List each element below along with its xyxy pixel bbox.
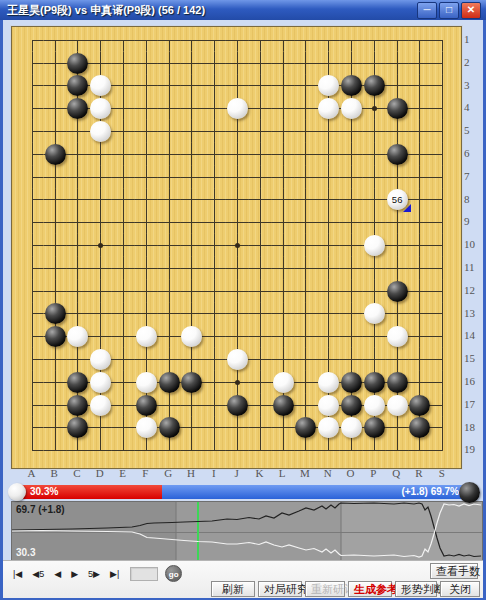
board-cell-C9[interactable] [67,211,90,234]
board-cell-P16[interactable] [363,371,386,394]
board-cell-F19[interactable] [135,439,158,462]
board-cell-D10[interactable] [89,234,112,257]
board-cell-F10[interactable] [135,234,158,257]
board-cell-C19[interactable] [67,439,90,462]
board-cell-H12[interactable] [181,280,204,303]
board-cell-K17[interactable] [249,394,272,417]
board-cell-G6[interactable] [158,143,181,166]
board-cell-I2[interactable] [203,52,226,75]
board-cell-B11[interactable] [44,257,67,280]
board-cell-K14[interactable] [249,325,272,348]
refresh-button[interactable]: 刷新 [211,581,255,597]
board-cell-D1[interactable] [89,29,112,52]
board-cell-A6[interactable] [21,143,44,166]
board-cell-D7[interactable] [89,166,112,189]
board-cell-H9[interactable] [181,211,204,234]
board-cell-G19[interactable] [158,439,181,462]
board-cell-S17[interactable] [431,394,454,417]
board-cell-M5[interactable] [295,120,318,143]
board-cell-J11[interactable] [226,257,249,280]
board-cell-H3[interactable] [181,75,204,98]
game-study-button[interactable]: 对局研究 [258,581,302,597]
board-cell-E7[interactable] [112,166,135,189]
board-cell-E12[interactable] [112,280,135,303]
board-cell-B14[interactable] [44,325,67,348]
board-cell-P10[interactable] [363,234,386,257]
board-cell-N15[interactable] [317,348,340,371]
board-cell-O5[interactable] [340,120,363,143]
board-cell-J13[interactable] [226,303,249,326]
board-cell-M17[interactable] [295,394,318,417]
board-cell-L8[interactable] [272,189,295,212]
title-bar[interactable]: 王星昊(P9段) vs 申真谞(P9段) (56 / 142) ─□✕ [0,0,486,20]
board-cell-H1[interactable] [181,29,204,52]
board-cell-Q18[interactable] [386,417,409,440]
board-cell-S6[interactable] [431,143,454,166]
board-cell-K3[interactable] [249,75,272,98]
go-button[interactable]: go [165,565,182,582]
board-cell-Q14[interactable] [386,325,409,348]
board-cell-I15[interactable] [203,348,226,371]
board-cell-S13[interactable] [431,303,454,326]
board-cell-G10[interactable] [158,234,181,257]
board-cell-J12[interactable] [226,280,249,303]
board-cell-M8[interactable] [295,189,318,212]
board-cell-O13[interactable] [340,303,363,326]
board-cell-J16[interactable] [226,371,249,394]
board-cell-B12[interactable] [44,280,67,303]
board-cell-O18[interactable] [340,417,363,440]
board-cell-B16[interactable] [44,371,67,394]
board-cell-S5[interactable] [431,120,454,143]
close-button[interactable]: ✕ [461,2,481,19]
board-cell-O9[interactable] [340,211,363,234]
board-cell-J9[interactable] [226,211,249,234]
board-cell-G16[interactable] [158,371,181,394]
board-cell-R12[interactable] [409,280,432,303]
board-cell-I10[interactable] [203,234,226,257]
board-cell-E13[interactable] [112,303,135,326]
board-cell-H6[interactable] [181,143,204,166]
board-cell-F11[interactable] [135,257,158,280]
board-cell-E4[interactable] [112,97,135,120]
board-cell-A5[interactable] [21,120,44,143]
board-cell-C3[interactable] [67,75,90,98]
board-cell-C13[interactable] [67,303,90,326]
board-cell-M7[interactable] [295,166,318,189]
board-cell-O10[interactable] [340,234,363,257]
board-cell-L19[interactable] [272,439,295,462]
board-cell-A19[interactable] [21,439,44,462]
board-cell-E8[interactable] [112,189,135,212]
board-cell-B13[interactable] [44,303,67,326]
board-cell-P7[interactable] [363,166,386,189]
board-cell-S8[interactable] [431,189,454,212]
board-cell-B8[interactable] [44,189,67,212]
board-cell-M1[interactable] [295,29,318,52]
board-cell-P13[interactable] [363,303,386,326]
board-cell-K18[interactable] [249,417,272,440]
board-cell-O14[interactable] [340,325,363,348]
board-cell-P14[interactable] [363,325,386,348]
board-cell-P4[interactable] [363,97,386,120]
board-cell-K9[interactable] [249,211,272,234]
board-cell-B9[interactable] [44,211,67,234]
board-cell-J17[interactable] [226,394,249,417]
board-cell-E9[interactable] [112,211,135,234]
board-cell-I3[interactable] [203,75,226,98]
board-cell-C12[interactable] [67,280,90,303]
board-cell-C6[interactable] [67,143,90,166]
board-cell-C4[interactable] [67,97,90,120]
board-cell-L17[interactable] [272,394,295,417]
board-cell-K6[interactable] [249,143,272,166]
board-cell-K11[interactable] [249,257,272,280]
board-cell-B5[interactable] [44,120,67,143]
board-cell-M10[interactable] [295,234,318,257]
board-cell-I13[interactable] [203,303,226,326]
board-cell-L3[interactable] [272,75,295,98]
board-cell-F9[interactable] [135,211,158,234]
board-cell-C8[interactable] [67,189,90,212]
board-cell-J6[interactable] [226,143,249,166]
board-cell-H4[interactable] [181,97,204,120]
board-cell-H13[interactable] [181,303,204,326]
board-cell-R8[interactable] [409,189,432,212]
board-cell-A15[interactable] [21,348,44,371]
board-cell-E15[interactable] [112,348,135,371]
board-cell-K4[interactable] [249,97,272,120]
board-cell-G7[interactable] [158,166,181,189]
board-cell-S2[interactable] [431,52,454,75]
board-cell-J1[interactable] [226,29,249,52]
board-cell-A14[interactable] [21,325,44,348]
board-cell-C7[interactable] [67,166,90,189]
board-cell-R10[interactable] [409,234,432,257]
board-cell-K2[interactable] [249,52,272,75]
board-cell-R4[interactable] [409,97,432,120]
board-cell-F3[interactable] [135,75,158,98]
minimize-button[interactable]: ─ [417,2,437,19]
board-cell-N1[interactable] [317,29,340,52]
board-cell-K8[interactable] [249,189,272,212]
board-cell-D11[interactable] [89,257,112,280]
board-cell-Q13[interactable] [386,303,409,326]
nav-button[interactable]: |◀ [11,567,24,581]
board-cell-Q2[interactable] [386,52,409,75]
board-cell-L4[interactable] [272,97,295,120]
board-cell-P15[interactable] [363,348,386,371]
board-cell-G15[interactable] [158,348,181,371]
board-cell-I1[interactable] [203,29,226,52]
board-cell-P3[interactable] [363,75,386,98]
board-cell-H10[interactable] [181,234,204,257]
board-cell-O16[interactable] [340,371,363,394]
board-cell-I9[interactable] [203,211,226,234]
board-cell-J2[interactable] [226,52,249,75]
board-cell-R18[interactable] [409,417,432,440]
board-cell-E2[interactable] [112,52,135,75]
board-cell-J15[interactable] [226,348,249,371]
board-cell-G12[interactable] [158,280,181,303]
board-cell-I11[interactable] [203,257,226,280]
board-cell-D9[interactable] [89,211,112,234]
board-cell-I17[interactable] [203,394,226,417]
board-cell-R5[interactable] [409,120,432,143]
board-cell-O6[interactable] [340,143,363,166]
board-cell-D15[interactable] [89,348,112,371]
board-cell-A7[interactable] [21,166,44,189]
board-cell-L16[interactable] [272,371,295,394]
board-cell-D16[interactable] [89,371,112,394]
board-cell-H7[interactable] [181,166,204,189]
board-cell-H17[interactable] [181,394,204,417]
board-cell-D8[interactable] [89,189,112,212]
board-cell-S18[interactable] [431,417,454,440]
board-cell-P2[interactable] [363,52,386,75]
board-cell-H18[interactable] [181,417,204,440]
board-cell-E16[interactable] [112,371,135,394]
board-cell-B18[interactable] [44,417,67,440]
board-cell-F4[interactable] [135,97,158,120]
board-cell-I12[interactable] [203,280,226,303]
board-cell-S1[interactable] [431,29,454,52]
board-cell-N13[interactable] [317,303,340,326]
board-cell-H16[interactable] [181,371,204,394]
board-cell-A9[interactable] [21,211,44,234]
board-cell-N5[interactable] [317,120,340,143]
board-cell-G13[interactable] [158,303,181,326]
board-cell-L6[interactable] [272,143,295,166]
board-cell-N18[interactable] [317,417,340,440]
board-cell-L1[interactable] [272,29,295,52]
board-cell-O8[interactable] [340,189,363,212]
board-cell-L14[interactable] [272,325,295,348]
board-cell-N3[interactable] [317,75,340,98]
board-cell-K1[interactable] [249,29,272,52]
situation-judge-button[interactable]: 形势判断 [395,581,437,597]
board-cell-G1[interactable] [158,29,181,52]
board-cell-S4[interactable] [431,97,454,120]
board-cell-F13[interactable] [135,303,158,326]
board-cell-J18[interactable] [226,417,249,440]
board-cell-A17[interactable] [21,394,44,417]
board-cell-J4[interactable] [226,97,249,120]
nav-button[interactable]: 5▶ [86,567,102,581]
board-cell-B3[interactable] [44,75,67,98]
board-cell-G14[interactable] [158,325,181,348]
board-cell-J10[interactable] [226,234,249,257]
board-cell-P19[interactable] [363,439,386,462]
board-cell-R9[interactable] [409,211,432,234]
board-cell-K16[interactable] [249,371,272,394]
board-cell-O4[interactable] [340,97,363,120]
board-cell-O11[interactable] [340,257,363,280]
nav-button[interactable]: ▶ [69,567,80,581]
board-cell-C14[interactable] [67,325,90,348]
board-cell-L5[interactable] [272,120,295,143]
board-cell-L11[interactable] [272,257,295,280]
board-cell-E17[interactable] [112,394,135,417]
board-cell-F14[interactable] [135,325,158,348]
board-cell-F12[interactable] [135,280,158,303]
maximize-button[interactable]: □ [439,2,459,19]
board-cell-C5[interactable] [67,120,90,143]
board-cell-F8[interactable] [135,189,158,212]
board-cell-R11[interactable] [409,257,432,280]
board-cell-P9[interactable] [363,211,386,234]
board-cell-M3[interactable] [295,75,318,98]
board-cell-I7[interactable] [203,166,226,189]
board-cell-B17[interactable] [44,394,67,417]
board-cell-B15[interactable] [44,348,67,371]
board-cell-D5[interactable] [89,120,112,143]
board-cell-R7[interactable] [409,166,432,189]
board-cell-G17[interactable] [158,394,181,417]
board-cell-K13[interactable] [249,303,272,326]
board-cell-Q7[interactable] [386,166,409,189]
board-cell-C1[interactable] [67,29,90,52]
board-cell-R14[interactable] [409,325,432,348]
board-cell-N14[interactable] [317,325,340,348]
board-cell-A12[interactable] [21,280,44,303]
board-cell-P5[interactable] [363,120,386,143]
board-cell-F15[interactable] [135,348,158,371]
board-cell-A13[interactable] [21,303,44,326]
board-cell-Q10[interactable] [386,234,409,257]
board-cell-I8[interactable] [203,189,226,212]
board-cell-J19[interactable] [226,439,249,462]
board-cell-N7[interactable] [317,166,340,189]
board-cell-R15[interactable] [409,348,432,371]
board-cell-L18[interactable] [272,417,295,440]
board-cell-D3[interactable] [89,75,112,98]
board-cell-Q15[interactable] [386,348,409,371]
board-cell-D14[interactable] [89,325,112,348]
board-cell-A11[interactable] [21,257,44,280]
board-cell-N19[interactable] [317,439,340,462]
board-cell-I16[interactable] [203,371,226,394]
board-cell-N17[interactable] [317,394,340,417]
board-cell-J7[interactable] [226,166,249,189]
board-cell-Q19[interactable] [386,439,409,462]
board-cell-J8[interactable] [226,189,249,212]
board-cell-M13[interactable] [295,303,318,326]
board-cell-F1[interactable] [135,29,158,52]
board-cell-C17[interactable] [67,394,90,417]
board-cell-Q16[interactable] [386,371,409,394]
board-cell-Q9[interactable] [386,211,409,234]
board-cell-E18[interactable] [112,417,135,440]
view-moves-button[interactable]: 查看手数 [430,563,478,579]
board-cell-D18[interactable] [89,417,112,440]
board-cell-N6[interactable] [317,143,340,166]
board-cell-F5[interactable] [135,120,158,143]
board-cell-S12[interactable] [431,280,454,303]
board-cell-C16[interactable] [67,371,90,394]
move-number-input[interactable] [130,567,158,581]
close-button[interactable]: 关闭 [440,581,480,597]
board-cell-I4[interactable] [203,97,226,120]
board-cell-F16[interactable] [135,371,158,394]
board-cell-P17[interactable] [363,394,386,417]
board-cell-Q12[interactable] [386,280,409,303]
generate-reference-button[interactable]: 生成参考图 [348,581,392,597]
board-cell-H19[interactable] [181,439,204,462]
board-cell-A16[interactable] [21,371,44,394]
board-cell-F7[interactable] [135,166,158,189]
board-cell-M14[interactable] [295,325,318,348]
board-cell-O7[interactable] [340,166,363,189]
board-cell-L7[interactable] [272,166,295,189]
board-cell-C18[interactable] [67,417,90,440]
board-cell-M12[interactable] [295,280,318,303]
board-cell-D17[interactable] [89,394,112,417]
board-cell-F17[interactable] [135,394,158,417]
board-cell-M9[interactable] [295,211,318,234]
board-cell-N4[interactable] [317,97,340,120]
board-cell-G4[interactable] [158,97,181,120]
board-cell-B2[interactable] [44,52,67,75]
board-cell-H15[interactable] [181,348,204,371]
board-cell-N11[interactable] [317,257,340,280]
board-cell-A1[interactable] [21,29,44,52]
board-cell-N2[interactable] [317,52,340,75]
board-cell-R3[interactable] [409,75,432,98]
board-cell-K15[interactable] [249,348,272,371]
board-cell-N10[interactable] [317,234,340,257]
board-cell-K5[interactable] [249,120,272,143]
board-cell-M6[interactable] [295,143,318,166]
board-cell-Q8[interactable]: 56 [386,189,409,212]
board-cell-A2[interactable] [21,52,44,75]
board-cell-B19[interactable] [44,439,67,462]
board-cell-O17[interactable] [340,394,363,417]
board-cell-O3[interactable] [340,75,363,98]
board-cell-Q6[interactable] [386,143,409,166]
board-cell-H2[interactable] [181,52,204,75]
board-cell-C15[interactable] [67,348,90,371]
board-cell-G3[interactable] [158,75,181,98]
nav-button[interactable]: ◀5 [30,567,46,581]
board-cell-E10[interactable] [112,234,135,257]
board-cell-H8[interactable] [181,189,204,212]
board-cell-G8[interactable] [158,189,181,212]
board-cell-G18[interactable] [158,417,181,440]
board-cell-E3[interactable] [112,75,135,98]
board-cell-C10[interactable] [67,234,90,257]
board-cell-B1[interactable] [44,29,67,52]
board-cell-E19[interactable] [112,439,135,462]
board-cell-I6[interactable] [203,143,226,166]
board-cell-Q11[interactable] [386,257,409,280]
board-cell-S3[interactable] [431,75,454,98]
board-cell-M19[interactable] [295,439,318,462]
board-cell-L10[interactable] [272,234,295,257]
board-cell-E14[interactable] [112,325,135,348]
board-cell-L13[interactable] [272,303,295,326]
board-cell-Q5[interactable] [386,120,409,143]
board-cell-I5[interactable] [203,120,226,143]
nav-button[interactable]: ◀ [52,567,63,581]
board-cell-G11[interactable] [158,257,181,280]
board-cell-S19[interactable] [431,439,454,462]
board-cell-O2[interactable] [340,52,363,75]
board-cell-C2[interactable] [67,52,90,75]
board-cell-D13[interactable] [89,303,112,326]
board-cell-D19[interactable] [89,439,112,462]
board-cell-H11[interactable] [181,257,204,280]
